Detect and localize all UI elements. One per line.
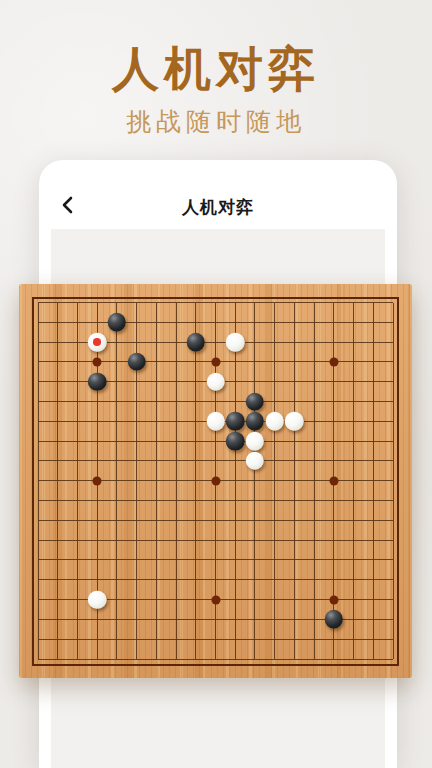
grid-vline (373, 303, 374, 660)
grid-vline (274, 303, 275, 660)
stone-white (206, 412, 225, 431)
stone-black (127, 353, 146, 372)
last-move-marker (93, 338, 101, 346)
grid-hline (38, 559, 393, 560)
stone-black (187, 333, 206, 352)
hoshi-point (93, 357, 102, 366)
hero-subtitle: 挑战随时随地 (0, 105, 432, 138)
stone-black (88, 372, 107, 391)
stone-white (88, 590, 107, 609)
stone-black (325, 610, 344, 629)
hoshi-point (329, 476, 338, 485)
hoshi-point (211, 595, 220, 604)
grid-vline (353, 303, 354, 660)
grid-vline (294, 303, 295, 660)
go-board[interactable] (19, 284, 412, 678)
stone-white (265, 412, 284, 431)
header-title: 人机对弈 (39, 196, 397, 219)
grid-hline (38, 579, 393, 580)
phone-header: 人机对弈 (39, 160, 397, 229)
stone-black (108, 313, 127, 332)
stone-white (226, 333, 245, 352)
grid-hline (38, 500, 393, 501)
hoshi-point (211, 476, 220, 485)
stone-white (246, 452, 265, 471)
page-background: 人机对弈 挑战随时随地 人机对弈 (0, 0, 432, 768)
hero-title: 人机对弈 (0, 38, 432, 101)
grid-vline (314, 303, 315, 660)
grid-hline (38, 659, 393, 660)
stone-black (226, 412, 245, 431)
grid-hline (38, 520, 393, 521)
grid-hline (38, 639, 393, 640)
hoshi-point (211, 357, 220, 366)
stone-white (206, 372, 225, 391)
stone-black (246, 412, 265, 431)
stone-black (246, 392, 265, 411)
stone-black (226, 432, 245, 451)
hoshi-point (329, 595, 338, 604)
stone-white (285, 412, 304, 431)
grid-vline (235, 303, 236, 660)
stone-white (246, 432, 265, 451)
hoshi-point (329, 357, 338, 366)
hoshi-point (93, 476, 102, 485)
stone-white (88, 333, 107, 352)
grid-vline (393, 303, 394, 660)
grid-hline (38, 540, 393, 541)
grid-vline (254, 303, 255, 660)
